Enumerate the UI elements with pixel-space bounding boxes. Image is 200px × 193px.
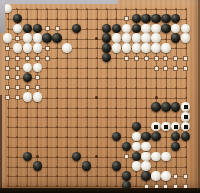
intersection-point[interactable] xyxy=(86,28,88,30)
intersection-point[interactable] xyxy=(76,38,78,40)
intersection-point[interactable] xyxy=(155,97,157,99)
white-stone[interactable] xyxy=(161,171,170,180)
black-stone[interactable] xyxy=(33,24,42,33)
white-territory-marker xyxy=(5,66,10,71)
intersection-point[interactable] xyxy=(66,97,68,99)
white-territory-marker xyxy=(5,95,10,100)
intersection-point[interactable] xyxy=(46,18,48,20)
black-stone[interactable] xyxy=(171,132,180,141)
table-background-corner xyxy=(0,0,5,33)
white-territory-marker xyxy=(173,56,178,61)
white-territory-marker xyxy=(183,66,188,71)
intersection-point[interactable] xyxy=(96,97,98,99)
white-stone[interactable] xyxy=(23,63,32,72)
black-stone[interactable] xyxy=(122,142,131,151)
go-board[interactable] xyxy=(0,0,200,190)
white-territory-marker xyxy=(124,56,129,61)
intersection-point[interactable] xyxy=(76,136,78,138)
intersection-point[interactable] xyxy=(96,77,98,79)
intersection-point[interactable] xyxy=(145,107,147,109)
intersection-point[interactable] xyxy=(66,166,68,168)
intersection-point[interactable] xyxy=(155,8,157,10)
intersection-point[interactable] xyxy=(96,67,98,69)
white-territory-marker xyxy=(45,46,50,51)
black-stone[interactable] xyxy=(23,24,32,33)
intersection-point[interactable] xyxy=(36,107,38,109)
intersection-point[interactable] xyxy=(7,18,9,20)
intersection-point[interactable] xyxy=(66,77,68,79)
white-stone[interactable] xyxy=(151,152,160,161)
intersection-point[interactable] xyxy=(76,8,78,10)
white-stone[interactable] xyxy=(132,33,141,42)
intersection-point[interactable] xyxy=(106,67,108,69)
white-territory-marker xyxy=(163,66,168,71)
white-stone[interactable] xyxy=(33,33,42,42)
intersection-point[interactable] xyxy=(76,87,78,89)
white-territory-marker xyxy=(5,85,10,90)
intersection-point[interactable] xyxy=(106,136,108,138)
intersection-point[interactable] xyxy=(76,97,78,99)
white-stone[interactable] xyxy=(122,43,131,52)
white-stone[interactable] xyxy=(141,152,150,161)
intersection-point[interactable] xyxy=(36,156,38,158)
black-stone[interactable] xyxy=(112,132,121,141)
white-stone[interactable] xyxy=(151,33,160,42)
intersection-point[interactable] xyxy=(185,146,187,148)
white-territory-marker xyxy=(154,56,159,61)
intersection-point[interactable] xyxy=(185,77,187,79)
intersection-point[interactable] xyxy=(86,156,88,158)
intersection-point[interactable] xyxy=(106,126,108,128)
intersection-point[interactable] xyxy=(96,28,98,30)
white-stone[interactable] xyxy=(171,24,180,33)
dead-white-stone[interactable] xyxy=(171,122,180,131)
intersection-point[interactable] xyxy=(86,8,88,10)
intersection-point[interactable] xyxy=(66,87,68,89)
white-territory-marker xyxy=(5,56,10,61)
intersection-point[interactable] xyxy=(56,97,58,99)
intersection-point[interactable] xyxy=(96,8,98,10)
intersection-point[interactable] xyxy=(46,156,48,158)
white-territory-marker xyxy=(154,66,159,71)
white-stone[interactable] xyxy=(161,152,170,161)
white-stone[interactable] xyxy=(62,43,71,52)
intersection-point[interactable] xyxy=(76,18,78,20)
intersection-point[interactable] xyxy=(165,146,167,148)
intersection-point[interactable] xyxy=(56,18,58,20)
white-stone[interactable] xyxy=(23,33,32,42)
intersection-point[interactable] xyxy=(76,67,78,69)
black-stone[interactable] xyxy=(171,142,180,151)
intersection-point[interactable] xyxy=(86,38,88,40)
white-stone[interactable] xyxy=(141,24,150,33)
dead-white-stone[interactable] xyxy=(151,122,160,131)
intersection-point[interactable] xyxy=(66,156,68,158)
intersection-point[interactable] xyxy=(86,126,88,128)
intersection-point[interactable] xyxy=(46,166,48,168)
white-territory-marker xyxy=(25,56,30,61)
intersection-point[interactable] xyxy=(7,136,9,138)
white-territory-marker xyxy=(25,85,30,90)
intersection-point[interactable] xyxy=(66,28,68,30)
white-territory-marker xyxy=(55,26,60,31)
intersection-point[interactable] xyxy=(56,77,58,79)
white-territory-marker xyxy=(134,56,139,61)
black-stone[interactable] xyxy=(141,171,150,180)
black-stone[interactable] xyxy=(132,122,141,131)
white-territory-marker xyxy=(15,36,20,41)
black-stone[interactable] xyxy=(102,24,111,33)
black-stone[interactable] xyxy=(102,43,111,52)
white-territory-marker xyxy=(163,56,168,61)
black-stone[interactable] xyxy=(72,152,81,161)
intersection-point[interactable] xyxy=(165,77,167,79)
white-territory-marker xyxy=(35,85,40,90)
white-stone[interactable] xyxy=(132,142,141,151)
table-background-top xyxy=(0,0,118,4)
intersection-point[interactable] xyxy=(185,18,187,20)
intersection-point[interactable] xyxy=(86,146,88,148)
intersection-point[interactable] xyxy=(7,107,9,109)
intersection-point[interactable] xyxy=(175,87,177,89)
black-stone[interactable] xyxy=(72,24,81,33)
black-stone[interactable] xyxy=(141,132,150,141)
intersection-point[interactable] xyxy=(66,38,68,40)
intersection-point[interactable] xyxy=(185,156,187,158)
white-stone[interactable] xyxy=(122,33,131,42)
intersection-point[interactable] xyxy=(106,107,108,109)
white-territory-marker xyxy=(173,174,178,179)
intersection-point[interactable] xyxy=(165,136,167,138)
intersection-point[interactable] xyxy=(135,97,137,99)
white-territory-marker xyxy=(45,56,50,61)
white-stone[interactable] xyxy=(141,43,150,52)
white-territory-marker xyxy=(144,56,149,61)
white-stone[interactable] xyxy=(33,92,42,101)
intersection-point[interactable] xyxy=(7,28,9,30)
black-stone[interactable] xyxy=(52,33,61,42)
intersection-point[interactable] xyxy=(135,107,137,109)
white-stone[interactable] xyxy=(23,92,32,101)
intersection-point[interactable] xyxy=(106,156,108,158)
white-territory-marker xyxy=(15,85,20,90)
white-stone[interactable] xyxy=(132,132,141,141)
intersection-point[interactable] xyxy=(86,87,88,89)
black-stone[interactable] xyxy=(23,73,32,82)
intersection-point[interactable] xyxy=(66,67,68,69)
black-stone[interactable] xyxy=(161,14,170,23)
white-stone[interactable] xyxy=(132,43,141,52)
intersection-point[interactable] xyxy=(106,166,108,168)
black-stone[interactable] xyxy=(132,152,141,161)
intersection-point[interactable] xyxy=(165,8,167,10)
white-stone[interactable] xyxy=(141,142,150,151)
white-stone[interactable] xyxy=(13,43,22,52)
intersection-point[interactable] xyxy=(46,146,48,148)
white-territory-marker xyxy=(173,66,178,71)
dead-white-stone[interactable] xyxy=(181,122,190,131)
go-app-screen xyxy=(0,0,200,193)
board-shadow-right xyxy=(198,0,200,193)
intersection-point[interactable] xyxy=(106,18,108,20)
intersection-point[interactable] xyxy=(7,156,9,158)
white-stone[interactable] xyxy=(33,43,42,52)
intersection-point[interactable] xyxy=(106,97,108,99)
intersection-point[interactable] xyxy=(46,97,48,99)
dead-stone-mark xyxy=(184,125,188,129)
white-stone[interactable] xyxy=(151,43,160,52)
intersection-point[interactable] xyxy=(76,146,78,148)
black-stone[interactable] xyxy=(151,14,160,23)
intersection-point[interactable] xyxy=(86,136,88,138)
intersection-point[interactable] xyxy=(155,87,157,89)
white-territory-marker xyxy=(124,154,129,159)
intersection-point[interactable] xyxy=(175,166,177,168)
dead-stone-mark xyxy=(164,125,168,129)
intersection-point[interactable] xyxy=(106,87,108,89)
white-stone[interactable] xyxy=(13,24,22,33)
intersection-point[interactable] xyxy=(7,146,9,148)
white-territory-marker xyxy=(5,46,10,51)
intersection-point[interactable] xyxy=(66,136,68,138)
intersection-point[interactable] xyxy=(145,97,147,99)
white-stone[interactable] xyxy=(151,171,160,180)
intersection-point[interactable] xyxy=(46,87,48,89)
dead-white-stone[interactable] xyxy=(181,112,190,121)
black-stone[interactable] xyxy=(181,132,190,141)
white-territory-marker xyxy=(15,66,20,71)
board-shadow-bottom xyxy=(0,188,200,193)
white-stone[interactable] xyxy=(132,161,141,170)
intersection-point[interactable] xyxy=(7,166,9,168)
intersection-point[interactable] xyxy=(96,126,98,128)
black-stone[interactable] xyxy=(171,33,180,42)
white-territory-marker xyxy=(15,75,20,80)
white-stone[interactable] xyxy=(151,24,160,33)
white-stone[interactable] xyxy=(122,24,131,33)
dead-white-stone[interactable] xyxy=(161,122,170,131)
intersection-point[interactable] xyxy=(165,166,167,168)
white-stone[interactable] xyxy=(23,43,32,52)
intersection-point[interactable] xyxy=(165,38,167,40)
intersection-point[interactable] xyxy=(66,107,68,109)
intersection-point[interactable] xyxy=(86,107,88,109)
intersection-point[interactable] xyxy=(96,18,98,20)
black-stone[interactable] xyxy=(171,102,180,111)
black-stone[interactable] xyxy=(82,161,91,170)
white-territory-marker xyxy=(45,26,50,31)
white-stone[interactable] xyxy=(181,33,190,42)
intersection-point[interactable] xyxy=(7,126,9,128)
intersection-point[interactable] xyxy=(155,146,157,148)
intersection-point[interactable] xyxy=(165,87,167,89)
intersection-point[interactable] xyxy=(106,77,108,79)
white-territory-marker xyxy=(35,56,40,61)
intersection-point[interactable] xyxy=(96,146,98,148)
white-stone[interactable] xyxy=(161,43,170,52)
black-stone[interactable] xyxy=(13,14,22,23)
white-stone[interactable] xyxy=(112,43,121,52)
black-stone[interactable] xyxy=(132,24,141,33)
intersection-point[interactable] xyxy=(175,77,177,79)
black-stone[interactable] xyxy=(102,53,111,62)
intersection-point[interactable] xyxy=(106,146,108,148)
black-stone[interactable] xyxy=(102,33,111,42)
white-stone[interactable] xyxy=(33,63,42,72)
white-territory-marker xyxy=(35,75,40,80)
intersection-point[interactable] xyxy=(96,156,98,158)
intersection-point[interactable] xyxy=(96,38,98,40)
black-stone[interactable] xyxy=(151,132,160,141)
black-stone[interactable] xyxy=(122,171,131,180)
white-territory-marker xyxy=(15,56,20,61)
intersection-point[interactable] xyxy=(56,166,58,168)
intersection-point[interactable] xyxy=(155,77,157,79)
intersection-point[interactable] xyxy=(96,136,98,138)
intersection-point[interactable] xyxy=(56,87,58,89)
black-stone[interactable] xyxy=(151,102,160,111)
white-stone[interactable] xyxy=(181,24,190,33)
intersection-point[interactable] xyxy=(56,146,58,148)
white-territory-marker xyxy=(124,16,129,21)
intersection-point[interactable] xyxy=(96,57,98,59)
dead-stone-mark xyxy=(154,125,158,129)
intersection-point[interactable] xyxy=(46,107,48,109)
intersection-point[interactable] xyxy=(56,8,58,10)
intersection-point[interactable] xyxy=(66,18,68,20)
intersection-point[interactable] xyxy=(86,77,88,79)
intersection-point[interactable] xyxy=(106,8,108,10)
dead-stone-mark xyxy=(174,125,178,129)
intersection-point[interactable] xyxy=(165,97,167,99)
intersection-point[interactable] xyxy=(86,97,88,99)
white-stone[interactable] xyxy=(141,33,150,42)
black-stone[interactable] xyxy=(161,102,170,111)
intersection-point[interactable] xyxy=(56,107,58,109)
intersection-point[interactable] xyxy=(185,166,187,168)
white-territory-marker xyxy=(5,75,10,80)
intersection-point[interactable] xyxy=(185,97,187,99)
intersection-point[interactable] xyxy=(86,67,88,69)
board-shadow-left xyxy=(0,95,2,190)
white-stone[interactable] xyxy=(3,33,12,42)
intersection-point[interactable] xyxy=(145,87,147,89)
white-territory-marker xyxy=(15,95,20,100)
dead-stone-mark xyxy=(184,115,188,119)
intersection-point[interactable] xyxy=(175,8,177,10)
white-territory-marker xyxy=(183,56,188,61)
black-stone[interactable] xyxy=(171,14,180,23)
intersection-point[interactable] xyxy=(56,156,58,158)
intersection-point[interactable] xyxy=(86,18,88,20)
intersection-point[interactable] xyxy=(185,87,187,89)
black-stone[interactable] xyxy=(23,152,32,161)
intersection-point[interactable] xyxy=(66,146,68,148)
intersection-point[interactable] xyxy=(76,107,78,109)
intersection-point[interactable] xyxy=(96,87,98,89)
intersection-point[interactable] xyxy=(96,166,98,168)
intersection-point[interactable] xyxy=(175,97,177,99)
white-stone[interactable] xyxy=(112,33,121,42)
intersection-point[interactable] xyxy=(66,8,68,10)
black-stone[interactable] xyxy=(161,24,170,33)
black-stone[interactable] xyxy=(112,161,121,170)
intersection-point[interactable] xyxy=(96,107,98,109)
intersection-point[interactable] xyxy=(76,77,78,79)
black-stone[interactable] xyxy=(42,33,51,42)
black-stone[interactable] xyxy=(33,161,42,170)
black-stone[interactable] xyxy=(112,24,121,33)
black-stone[interactable] xyxy=(141,14,150,23)
intersection-point[interactable] xyxy=(155,166,157,168)
black-stone[interactable] xyxy=(132,14,141,23)
white-territory-marker xyxy=(183,174,188,179)
white-stone[interactable] xyxy=(141,161,150,170)
intersection-point[interactable] xyxy=(185,8,187,10)
dead-stone-mark xyxy=(184,105,188,109)
intersection-point[interactable] xyxy=(175,156,177,158)
dead-white-stone[interactable] xyxy=(181,102,190,111)
intersection-point[interactable] xyxy=(76,166,78,168)
